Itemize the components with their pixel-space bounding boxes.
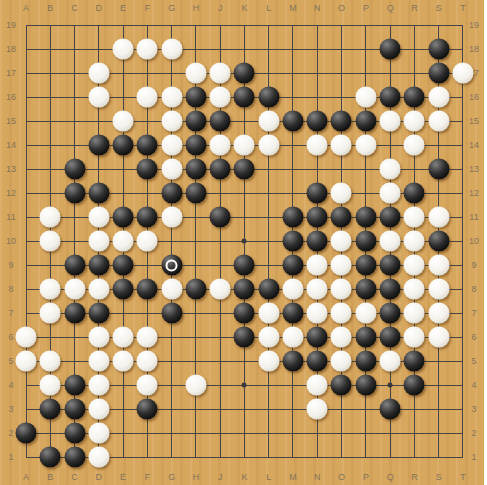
intersection-G13[interactable] xyxy=(159,157,183,181)
intersection-L1[interactable] xyxy=(257,445,281,469)
intersection-S16[interactable] xyxy=(426,85,450,109)
intersection-P2[interactable] xyxy=(354,421,378,445)
white-stone-B5[interactable] xyxy=(40,351,61,372)
intersection-F13[interactable] xyxy=(135,157,159,181)
intersection-S13[interactable] xyxy=(426,157,450,181)
intersection-J2[interactable] xyxy=(208,421,232,445)
black-stone-P11[interactable] xyxy=(355,207,376,228)
intersection-H6[interactable] xyxy=(184,325,208,349)
black-stone-H16[interactable] xyxy=(185,87,206,108)
black-stone-Q6[interactable] xyxy=(380,327,401,348)
intersection-E1[interactable] xyxy=(111,445,135,469)
intersection-L11[interactable] xyxy=(257,205,281,229)
white-stone-N7[interactable] xyxy=(307,303,328,324)
intersection-J4[interactable] xyxy=(208,373,232,397)
intersection-B9[interactable] xyxy=(38,253,62,277)
white-stone-L15[interactable] xyxy=(258,111,279,132)
intersection-K18[interactable] xyxy=(232,37,256,61)
white-stone-Q13[interactable] xyxy=(380,159,401,180)
intersection-N17[interactable] xyxy=(305,61,329,85)
black-stone-C4[interactable] xyxy=(64,375,85,396)
black-stone-G12[interactable] xyxy=(161,183,182,204)
black-stone-K16[interactable] xyxy=(234,87,255,108)
black-stone-E8[interactable] xyxy=(113,279,134,300)
intersection-C2[interactable] xyxy=(62,421,86,445)
intersection-E16[interactable] xyxy=(111,85,135,109)
intersection-C14[interactable] xyxy=(62,133,86,157)
white-stone-Q5[interactable] xyxy=(380,351,401,372)
intersection-O1[interactable] xyxy=(329,445,353,469)
white-stone-B10[interactable] xyxy=(40,231,61,252)
intersection-L19[interactable] xyxy=(257,13,281,37)
intersection-Q8[interactable] xyxy=(378,277,402,301)
intersection-F12[interactable] xyxy=(135,181,159,205)
intersection-S10[interactable] xyxy=(426,229,450,253)
white-stone-G13[interactable] xyxy=(161,159,182,180)
white-stone-E10[interactable] xyxy=(113,231,134,252)
intersection-J11[interactable] xyxy=(208,205,232,229)
intersection-C12[interactable] xyxy=(62,181,86,205)
intersection-O14[interactable] xyxy=(329,133,353,157)
intersection-M1[interactable] xyxy=(281,445,305,469)
black-stone-K17[interactable] xyxy=(234,63,255,84)
black-stone-F13[interactable] xyxy=(137,159,158,180)
black-stone-O15[interactable] xyxy=(331,111,352,132)
intersection-C11[interactable] xyxy=(62,205,86,229)
intersection-N4[interactable] xyxy=(305,373,329,397)
intersection-F9[interactable] xyxy=(135,253,159,277)
intersection-D14[interactable] xyxy=(87,133,111,157)
black-stone-N11[interactable] xyxy=(307,207,328,228)
black-stone-S10[interactable] xyxy=(428,231,449,252)
black-stone-M5[interactable] xyxy=(282,351,303,372)
intersection-B8[interactable] xyxy=(38,277,62,301)
intersection-D19[interactable] xyxy=(87,13,111,37)
white-stone-A6[interactable] xyxy=(16,327,37,348)
white-stone-F16[interactable] xyxy=(137,87,158,108)
white-stone-B11[interactable] xyxy=(40,207,61,228)
intersection-P12[interactable] xyxy=(354,181,378,205)
white-stone-F6[interactable] xyxy=(137,327,158,348)
intersection-M19[interactable] xyxy=(281,13,305,37)
intersection-B13[interactable] xyxy=(38,157,62,181)
intersection-O18[interactable] xyxy=(329,37,353,61)
intersection-M5[interactable] xyxy=(281,349,305,373)
intersection-S7[interactable] xyxy=(426,301,450,325)
intersection-O7[interactable] xyxy=(329,301,353,325)
intersection-Q15[interactable] xyxy=(378,109,402,133)
white-stone-O12[interactable] xyxy=(331,183,352,204)
intersection-E13[interactable] xyxy=(111,157,135,181)
intersection-F6[interactable] xyxy=(135,325,159,349)
white-stone-D8[interactable] xyxy=(88,279,109,300)
intersection-Q18[interactable] xyxy=(378,37,402,61)
intersection-B17[interactable] xyxy=(38,61,62,85)
intersection-Q1[interactable] xyxy=(378,445,402,469)
intersection-K15[interactable] xyxy=(232,109,256,133)
intersection-B18[interactable] xyxy=(38,37,62,61)
intersection-H3[interactable] xyxy=(184,397,208,421)
white-stone-D16[interactable] xyxy=(88,87,109,108)
intersection-F11[interactable] xyxy=(135,205,159,229)
black-stone-J13[interactable] xyxy=(210,159,231,180)
intersection-R19[interactable] xyxy=(402,13,426,37)
intersection-R11[interactable] xyxy=(402,205,426,229)
intersection-O12[interactable] xyxy=(329,181,353,205)
intersection-K16[interactable] xyxy=(232,85,256,109)
intersection-P11[interactable] xyxy=(354,205,378,229)
intersection-R8[interactable] xyxy=(402,277,426,301)
intersection-H8[interactable] xyxy=(184,277,208,301)
intersection-L14[interactable] xyxy=(257,133,281,157)
black-stone-M7[interactable] xyxy=(282,303,303,324)
black-stone-K6[interactable] xyxy=(234,327,255,348)
intersection-Q16[interactable] xyxy=(378,85,402,109)
intersection-K1[interactable] xyxy=(232,445,256,469)
intersection-G7[interactable] xyxy=(159,301,183,325)
intersection-B2[interactable] xyxy=(38,421,62,445)
intersection-E14[interactable] xyxy=(111,133,135,157)
intersection-S4[interactable] xyxy=(426,373,450,397)
intersection-Q12[interactable] xyxy=(378,181,402,205)
intersection-F2[interactable] xyxy=(135,421,159,445)
intersection-G6[interactable] xyxy=(159,325,183,349)
intersection-O13[interactable] xyxy=(329,157,353,181)
intersection-H14[interactable] xyxy=(184,133,208,157)
intersection-H4[interactable] xyxy=(184,373,208,397)
intersection-H11[interactable] xyxy=(184,205,208,229)
black-stone-C7[interactable] xyxy=(64,303,85,324)
intersection-N19[interactable] xyxy=(305,13,329,37)
intersection-O6[interactable] xyxy=(329,325,353,349)
intersection-M8[interactable] xyxy=(281,277,305,301)
white-stone-O10[interactable] xyxy=(331,231,352,252)
white-stone-O5[interactable] xyxy=(331,351,352,372)
intersection-P6[interactable] xyxy=(354,325,378,349)
white-stone-E5[interactable] xyxy=(113,351,134,372)
intersection-E7[interactable] xyxy=(111,301,135,325)
intersection-K9[interactable] xyxy=(232,253,256,277)
black-stone-O4[interactable] xyxy=(331,375,352,396)
intersection-E6[interactable] xyxy=(111,325,135,349)
white-stone-B4[interactable] xyxy=(40,375,61,396)
intersection-Q10[interactable] xyxy=(378,229,402,253)
intersection-D9[interactable] xyxy=(87,253,111,277)
intersection-L9[interactable] xyxy=(257,253,281,277)
intersection-F15[interactable] xyxy=(135,109,159,133)
intersection-J17[interactable] xyxy=(208,61,232,85)
intersection-O11[interactable] xyxy=(329,205,353,229)
intersection-Q4[interactable] xyxy=(378,373,402,397)
intersection-L7[interactable] xyxy=(257,301,281,325)
white-stone-G16[interactable] xyxy=(161,87,182,108)
intersection-P5[interactable] xyxy=(354,349,378,373)
white-stone-M8[interactable] xyxy=(282,279,303,300)
black-stone-M15[interactable] xyxy=(282,111,303,132)
intersection-G18[interactable] xyxy=(159,37,183,61)
intersection-M2[interactable] xyxy=(281,421,305,445)
white-stone-G15[interactable] xyxy=(161,111,182,132)
white-stone-S7[interactable] xyxy=(428,303,449,324)
intersection-P8[interactable] xyxy=(354,277,378,301)
intersection-M12[interactable] xyxy=(281,181,305,205)
intersection-B4[interactable] xyxy=(38,373,62,397)
intersection-D7[interactable] xyxy=(87,301,111,325)
white-stone-E6[interactable] xyxy=(113,327,134,348)
white-stone-R6[interactable] xyxy=(404,327,425,348)
intersection-R3[interactable] xyxy=(402,397,426,421)
white-stone-G11[interactable] xyxy=(161,207,182,228)
white-stone-L14[interactable] xyxy=(258,135,279,156)
intersection-D18[interactable] xyxy=(87,37,111,61)
black-stone-G7[interactable] xyxy=(161,303,182,324)
intersection-K17[interactable] xyxy=(232,61,256,85)
white-stone-N14[interactable] xyxy=(307,135,328,156)
black-stone-P5[interactable] xyxy=(355,351,376,372)
intersection-L16[interactable] xyxy=(257,85,281,109)
black-stone-Q3[interactable] xyxy=(380,399,401,420)
black-stone-H14[interactable] xyxy=(185,135,206,156)
intersection-E3[interactable] xyxy=(111,397,135,421)
intersection-R14[interactable] xyxy=(402,133,426,157)
intersection-Q2[interactable] xyxy=(378,421,402,445)
intersection-B10[interactable] xyxy=(38,229,62,253)
intersection-C3[interactable] xyxy=(62,397,86,421)
white-stone-N8[interactable] xyxy=(307,279,328,300)
intersection-E12[interactable] xyxy=(111,181,135,205)
black-stone-D7[interactable] xyxy=(88,303,109,324)
intersection-R1[interactable] xyxy=(402,445,426,469)
white-stone-O14[interactable] xyxy=(331,135,352,156)
white-stone-L7[interactable] xyxy=(258,303,279,324)
intersection-E10[interactable] xyxy=(111,229,135,253)
intersection-G2[interactable] xyxy=(159,421,183,445)
intersection-K2[interactable] xyxy=(232,421,256,445)
intersection-M15[interactable] xyxy=(281,109,305,133)
intersection-J14[interactable] xyxy=(208,133,232,157)
intersection-L12[interactable] xyxy=(257,181,281,205)
intersection-D15[interactable] xyxy=(87,109,111,133)
intersection-R13[interactable] xyxy=(402,157,426,181)
intersection-L8[interactable] xyxy=(257,277,281,301)
white-stone-D6[interactable] xyxy=(88,327,109,348)
intersection-M13[interactable] xyxy=(281,157,305,181)
black-stone-Q16[interactable] xyxy=(380,87,401,108)
white-stone-Q10[interactable] xyxy=(380,231,401,252)
white-stone-D1[interactable] xyxy=(88,447,109,468)
intersection-Q14[interactable] xyxy=(378,133,402,157)
intersection-K5[interactable] xyxy=(232,349,256,373)
intersection-J1[interactable] xyxy=(208,445,232,469)
intersection-L5[interactable] xyxy=(257,349,281,373)
white-stone-F4[interactable] xyxy=(137,375,158,396)
black-stone-E11[interactable] xyxy=(113,207,134,228)
intersection-M9[interactable] xyxy=(281,253,305,277)
intersection-B3[interactable] xyxy=(38,397,62,421)
intersection-E4[interactable] xyxy=(111,373,135,397)
intersection-N6[interactable] xyxy=(305,325,329,349)
intersection-F16[interactable] xyxy=(135,85,159,109)
intersection-L10[interactable] xyxy=(257,229,281,253)
intersection-Q13[interactable] xyxy=(378,157,402,181)
intersection-C1[interactable] xyxy=(62,445,86,469)
intersection-M18[interactable] xyxy=(281,37,305,61)
intersection-F7[interactable] xyxy=(135,301,159,325)
intersection-J18[interactable] xyxy=(208,37,232,61)
intersection-D17[interactable] xyxy=(87,61,111,85)
intersection-J15[interactable] xyxy=(208,109,232,133)
black-stone-O11[interactable] xyxy=(331,207,352,228)
intersection-N2[interactable] xyxy=(305,421,329,445)
intersection-D10[interactable] xyxy=(87,229,111,253)
black-stone-L16[interactable] xyxy=(258,87,279,108)
intersection-J5[interactable] xyxy=(208,349,232,373)
intersection-O2[interactable] xyxy=(329,421,353,445)
intersection-P4[interactable] xyxy=(354,373,378,397)
intersection-C5[interactable] xyxy=(62,349,86,373)
black-stone-J15[interactable] xyxy=(210,111,231,132)
black-stone-E14[interactable] xyxy=(113,135,134,156)
intersection-L4[interactable] xyxy=(257,373,281,397)
intersection-S12[interactable] xyxy=(426,181,450,205)
black-stone-H15[interactable] xyxy=(185,111,206,132)
intersection-P17[interactable] xyxy=(354,61,378,85)
intersection-G14[interactable] xyxy=(159,133,183,157)
intersection-A5[interactable] xyxy=(14,349,38,373)
intersection-S8[interactable] xyxy=(426,277,450,301)
black-stone-K8[interactable] xyxy=(234,279,255,300)
white-stone-S15[interactable] xyxy=(428,111,449,132)
white-stone-Q15[interactable] xyxy=(380,111,401,132)
intersection-S17[interactable] xyxy=(426,61,450,85)
intersection-S19[interactable] xyxy=(426,13,450,37)
black-stone-F11[interactable] xyxy=(137,207,158,228)
white-stone-R11[interactable] xyxy=(404,207,425,228)
intersection-N13[interactable] xyxy=(305,157,329,181)
intersection-S14[interactable] xyxy=(426,133,450,157)
intersection-C13[interactable] xyxy=(62,157,86,181)
white-stone-B8[interactable] xyxy=(40,279,61,300)
intersection-K6[interactable] xyxy=(232,325,256,349)
intersection-C8[interactable] xyxy=(62,277,86,301)
intersection-G19[interactable] xyxy=(159,13,183,37)
intersection-M7[interactable] xyxy=(281,301,305,325)
go-board[interactable]: AABBCCDDEEFFGGHHJJKKLLMMNNOOPPQQRRSSTT19… xyxy=(0,0,484,485)
intersection-H9[interactable] xyxy=(184,253,208,277)
black-stone-M9[interactable] xyxy=(282,255,303,276)
white-stone-G14[interactable] xyxy=(161,135,182,156)
intersection-O15[interactable] xyxy=(329,109,353,133)
intersection-S11[interactable] xyxy=(426,205,450,229)
black-stone-C9[interactable] xyxy=(64,255,85,276)
white-stone-P14[interactable] xyxy=(355,135,376,156)
intersection-C6[interactable] xyxy=(62,325,86,349)
intersection-N10[interactable] xyxy=(305,229,329,253)
white-stone-C8[interactable] xyxy=(64,279,85,300)
intersection-D12[interactable] xyxy=(87,181,111,205)
intersection-R17[interactable] xyxy=(402,61,426,85)
black-stone-S17[interactable] xyxy=(428,63,449,84)
intersection-D2[interactable] xyxy=(87,421,111,445)
intersection-B5[interactable] xyxy=(38,349,62,373)
intersection-C16[interactable] xyxy=(62,85,86,109)
intersection-J10[interactable] xyxy=(208,229,232,253)
intersection-G8[interactable] xyxy=(159,277,183,301)
intersection-D6[interactable] xyxy=(87,325,111,349)
intersection-P9[interactable] xyxy=(354,253,378,277)
black-stone-C3[interactable] xyxy=(64,399,85,420)
intersection-F1[interactable] xyxy=(135,445,159,469)
intersection-J9[interactable] xyxy=(208,253,232,277)
black-stone-P10[interactable] xyxy=(355,231,376,252)
intersection-T17[interactable] xyxy=(451,61,475,85)
black-stone-K13[interactable] xyxy=(234,159,255,180)
intersection-C18[interactable] xyxy=(62,37,86,61)
white-stone-B7[interactable] xyxy=(40,303,61,324)
intersection-N16[interactable] xyxy=(305,85,329,109)
white-stone-D3[interactable] xyxy=(88,399,109,420)
intersection-N11[interactable] xyxy=(305,205,329,229)
intersection-O19[interactable] xyxy=(329,13,353,37)
intersection-J19[interactable] xyxy=(208,13,232,37)
intersection-G17[interactable] xyxy=(159,61,183,85)
intersection-O9[interactable] xyxy=(329,253,353,277)
intersection-F18[interactable] xyxy=(135,37,159,61)
white-stone-S8[interactable] xyxy=(428,279,449,300)
intersection-B1[interactable] xyxy=(38,445,62,469)
intersection-M11[interactable] xyxy=(281,205,305,229)
intersection-H2[interactable] xyxy=(184,421,208,445)
black-stone-Q9[interactable] xyxy=(380,255,401,276)
black-stone-P8[interactable] xyxy=(355,279,376,300)
intersection-D11[interactable] xyxy=(87,205,111,229)
intersection-Q11[interactable] xyxy=(378,205,402,229)
intersection-R2[interactable] xyxy=(402,421,426,445)
black-stone-R12[interactable] xyxy=(404,183,425,204)
white-stone-D10[interactable] xyxy=(88,231,109,252)
black-stone-K7[interactable] xyxy=(234,303,255,324)
white-stone-N9[interactable] xyxy=(307,255,328,276)
black-stone-H12[interactable] xyxy=(185,183,206,204)
intersection-S2[interactable] xyxy=(426,421,450,445)
white-stone-R14[interactable] xyxy=(404,135,425,156)
black-stone-F8[interactable] xyxy=(137,279,158,300)
intersection-O10[interactable] xyxy=(329,229,353,253)
intersection-S1[interactable] xyxy=(426,445,450,469)
intersection-S5[interactable] xyxy=(426,349,450,373)
intersection-O5[interactable] xyxy=(329,349,353,373)
intersection-L15[interactable] xyxy=(257,109,281,133)
intersection-S3[interactable] xyxy=(426,397,450,421)
intersection-L13[interactable] xyxy=(257,157,281,181)
black-stone-N12[interactable] xyxy=(307,183,328,204)
black-stone-N5[interactable] xyxy=(307,351,328,372)
black-stone-C1[interactable] xyxy=(64,447,85,468)
white-stone-O7[interactable] xyxy=(331,303,352,324)
white-stone-L6[interactable] xyxy=(258,327,279,348)
intersection-L18[interactable] xyxy=(257,37,281,61)
black-stone-N6[interactable] xyxy=(307,327,328,348)
intersection-G10[interactable] xyxy=(159,229,183,253)
black-stone-F3[interactable] xyxy=(137,399,158,420)
intersection-R16[interactable] xyxy=(402,85,426,109)
intersection-R6[interactable] xyxy=(402,325,426,349)
white-stone-E15[interactable] xyxy=(113,111,134,132)
intersection-B11[interactable] xyxy=(38,205,62,229)
white-stone-H4[interactable] xyxy=(185,375,206,396)
intersection-P3[interactable] xyxy=(354,397,378,421)
intersection-R7[interactable] xyxy=(402,301,426,325)
